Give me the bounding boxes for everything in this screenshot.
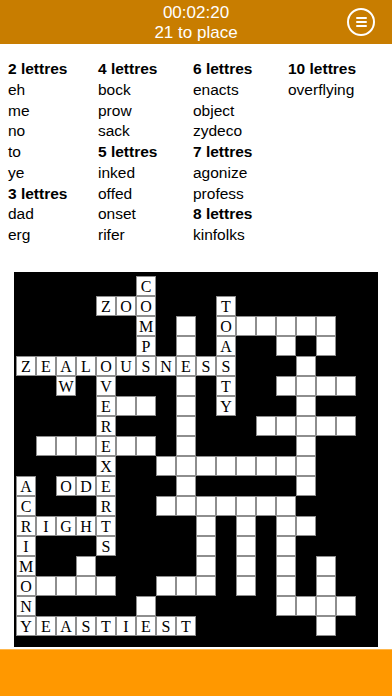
grid-cell-empty[interactable] bbox=[296, 316, 316, 336]
grid-cell-letter[interactable]: N bbox=[16, 596, 36, 616]
grid-cell-letter[interactable]: M bbox=[136, 316, 156, 336]
word-item[interactable]: sack bbox=[98, 121, 188, 142]
grid-cell-letter[interactable]: E bbox=[96, 396, 116, 416]
grid-cell-empty[interactable] bbox=[176, 496, 196, 516]
grid-cell-letter[interactable]: O bbox=[96, 356, 116, 376]
grid-cell-empty[interactable] bbox=[116, 396, 136, 416]
grid-cell-letter[interactable]: R bbox=[96, 416, 116, 436]
grid-cell-empty[interactable] bbox=[296, 376, 316, 396]
grid-cell-empty[interactable] bbox=[36, 576, 56, 596]
grid-cell-letter[interactable]: T bbox=[216, 296, 236, 316]
word-item[interactable]: agonize bbox=[193, 163, 283, 184]
grid-cell-letter[interactable]: A bbox=[56, 356, 76, 376]
grid-cell-empty[interactable] bbox=[296, 396, 316, 416]
grid-cell-letter[interactable]: Y bbox=[216, 396, 236, 416]
grid-cell-empty[interactable] bbox=[156, 496, 176, 516]
grid-cell-letter[interactable]: R bbox=[16, 516, 36, 536]
word-item[interactable]: onset bbox=[98, 204, 188, 225]
grid-cell-empty[interactable] bbox=[236, 516, 256, 536]
word-list: 2 lettresehmenotoye3 lettresdaderg4 lett… bbox=[0, 0, 392, 200]
word-item[interactable]: offed bbox=[98, 184, 188, 205]
grid-cell-empty[interactable] bbox=[296, 476, 316, 496]
grid-cell-letter[interactable]: S bbox=[136, 356, 156, 376]
grid-cell-empty[interactable] bbox=[276, 316, 296, 336]
grid-cell-empty[interactable] bbox=[176, 436, 196, 456]
grid-cell-empty[interactable] bbox=[196, 516, 216, 536]
grid-cell-letter[interactable]: S bbox=[76, 616, 96, 636]
grid-cell-empty[interactable] bbox=[136, 396, 156, 416]
grid-cell-empty[interactable] bbox=[316, 556, 336, 576]
grid-cell-empty[interactable] bbox=[216, 456, 236, 476]
grid-cell-letter[interactable]: S bbox=[196, 356, 216, 376]
grid-cell-letter[interactable]: A bbox=[216, 336, 236, 356]
grid-cell-empty[interactable] bbox=[316, 316, 336, 336]
grid-cell-empty[interactable] bbox=[36, 436, 56, 456]
grid-cell-letter[interactable]: W bbox=[56, 376, 76, 396]
grid-cell-empty[interactable] bbox=[156, 456, 176, 476]
grid-cell-letter[interactable]: E bbox=[96, 476, 116, 496]
grid-cell-empty[interactable] bbox=[336, 596, 356, 616]
word-item[interactable]: dad bbox=[8, 204, 98, 225]
word-list-column: 6 lettresenactsobjectzydeco7 lettresagon… bbox=[193, 59, 283, 246]
grid-cell-empty[interactable] bbox=[196, 536, 216, 556]
word-group-heading: 10 lettres bbox=[288, 59, 378, 80]
grid-cell-letter[interactable]: Y bbox=[16, 616, 36, 636]
grid-cell-empty[interactable] bbox=[256, 316, 276, 336]
grid-cell-letter[interactable]: P bbox=[136, 336, 156, 356]
word-list-column: 4 lettresbockprowsack5 lettresinkedoffed… bbox=[98, 59, 188, 246]
word-group-heading: 7 lettres bbox=[193, 142, 283, 163]
grid-cell-letter[interactable]: S bbox=[156, 616, 176, 636]
grid-cell-letter[interactable]: C bbox=[136, 276, 156, 296]
word-item[interactable]: object bbox=[193, 101, 283, 122]
grid-cell-letter[interactable]: E bbox=[36, 356, 56, 376]
grid-cell-empty[interactable] bbox=[276, 576, 296, 596]
grid-cell-letter[interactable]: O bbox=[116, 296, 136, 316]
word-group-heading: 5 lettres bbox=[98, 142, 188, 163]
grid-cell-empty[interactable] bbox=[276, 456, 296, 476]
grid-cell-empty[interactable] bbox=[316, 336, 336, 356]
word-item[interactable]: inked bbox=[98, 163, 188, 184]
grid-cell-empty[interactable] bbox=[316, 376, 336, 396]
grid-cell-letter[interactable]: I bbox=[116, 616, 136, 636]
grid-cell-letter[interactable]: G bbox=[56, 516, 76, 536]
word-group-heading: 8 lettres bbox=[193, 204, 283, 225]
grid-cell-empty[interactable] bbox=[236, 496, 256, 516]
grid-cell-empty[interactable] bbox=[296, 456, 316, 476]
grid-cell-letter[interactable]: E bbox=[136, 616, 156, 636]
word-item[interactable]: kinfolks bbox=[193, 225, 283, 246]
grid-cell-letter[interactable]: I bbox=[16, 536, 36, 556]
grid-cell-empty[interactable] bbox=[276, 536, 296, 556]
grid-cell-empty[interactable] bbox=[136, 596, 156, 616]
grid-cell-letter[interactable]: T bbox=[96, 616, 116, 636]
word-item[interactable]: no bbox=[8, 121, 98, 142]
grid-cell-empty[interactable] bbox=[176, 416, 196, 436]
grid-cell-empty[interactable] bbox=[276, 336, 296, 356]
grid-cell-empty[interactable] bbox=[236, 576, 256, 596]
grid-cell-empty[interactable] bbox=[276, 496, 296, 516]
grid-cell-empty[interactable] bbox=[296, 356, 316, 376]
grid-cell-empty[interactable] bbox=[176, 376, 196, 396]
grid-cell-letter[interactable]: N bbox=[156, 356, 176, 376]
grid-cell-letter[interactable]: T bbox=[96, 516, 116, 536]
word-item[interactable]: overflying bbox=[288, 80, 378, 101]
grid-cell-letter[interactable]: C bbox=[16, 496, 36, 516]
grid-cell-empty[interactable] bbox=[136, 436, 156, 456]
grid-cell-empty[interactable] bbox=[176, 336, 196, 356]
grid-cell-empty[interactable] bbox=[176, 316, 196, 336]
grid-cell-empty[interactable] bbox=[96, 576, 116, 596]
grid-cell-empty[interactable] bbox=[296, 516, 316, 536]
grid-cell-letter[interactable]: S bbox=[96, 536, 116, 556]
word-group-heading: 2 lettres bbox=[8, 59, 98, 80]
grid-cell-empty[interactable] bbox=[196, 456, 216, 476]
grid-cell-letter[interactable]: R bbox=[96, 496, 116, 516]
grid-cell-empty[interactable] bbox=[176, 396, 196, 416]
grid-cell-letter[interactable]: V bbox=[96, 376, 116, 396]
grid-cell-empty[interactable] bbox=[236, 456, 256, 476]
word-item[interactable]: to bbox=[8, 142, 98, 163]
grid-cell-empty[interactable] bbox=[76, 576, 96, 596]
grid-cell-empty[interactable] bbox=[256, 416, 276, 436]
word-item[interactable]: prow bbox=[98, 101, 188, 122]
grid-cell-empty[interactable] bbox=[256, 496, 276, 516]
grid-cell-empty[interactable] bbox=[76, 556, 96, 576]
grid-cell-empty[interactable] bbox=[276, 596, 296, 616]
grid-cell-letter[interactable]: T bbox=[176, 616, 196, 636]
word-list-column: 2 lettresehmenotoye3 lettresdaderg bbox=[8, 59, 98, 246]
grid-cell-empty[interactable] bbox=[76, 436, 96, 456]
word-item[interactable]: rifer bbox=[98, 225, 188, 246]
grid-cell-letter[interactable]: U bbox=[116, 356, 136, 376]
word-group-heading: 6 lettres bbox=[193, 59, 283, 80]
grid-cell-letter[interactable]: E bbox=[96, 436, 116, 456]
grid-cell-empty[interactable] bbox=[316, 416, 336, 436]
grid-cell-letter[interactable]: Z bbox=[96, 296, 116, 316]
grid-cell-letter[interactable]: O bbox=[136, 296, 156, 316]
grid-cell-empty[interactable] bbox=[196, 556, 216, 576]
word-item[interactable]: eh bbox=[8, 80, 98, 101]
word-item[interactable]: zydeco bbox=[193, 121, 283, 142]
grid-cell-empty[interactable] bbox=[336, 416, 356, 436]
footer-bar bbox=[0, 649, 392, 696]
word-item[interactable]: profess bbox=[193, 184, 283, 205]
grid-cell-letter[interactable]: X bbox=[96, 456, 116, 476]
grid-cell-letter[interactable]: Z bbox=[16, 356, 36, 376]
word-list-column: 10 lettresoverflying bbox=[288, 59, 378, 101]
grid-cell-letter[interactable]: I bbox=[36, 516, 56, 536]
grid-cell-letter[interactable]: H bbox=[76, 516, 96, 536]
grid-cell-empty[interactable] bbox=[176, 476, 196, 496]
grid-cell-empty[interactable] bbox=[236, 316, 256, 336]
word-item[interactable]: enacts bbox=[193, 80, 283, 101]
grid-cell-empty[interactable] bbox=[296, 596, 316, 616]
grid-cell-empty[interactable] bbox=[56, 576, 76, 596]
grid-cell-letter[interactable]: O bbox=[216, 316, 236, 336]
word-group-heading: 4 lettres bbox=[98, 59, 188, 80]
grid-cell-empty[interactable] bbox=[216, 496, 236, 516]
grid-cell-letter[interactable]: E bbox=[36, 616, 56, 636]
grid-cell-empty[interactable] bbox=[316, 576, 336, 596]
grid-cell-letter[interactable]: O bbox=[56, 476, 76, 496]
grid-cell-letter[interactable]: S bbox=[216, 356, 236, 376]
grid-cell-empty[interactable] bbox=[256, 456, 276, 476]
grid-cell-empty[interactable] bbox=[236, 536, 256, 556]
grid-cell-letter[interactable]: A bbox=[16, 476, 36, 496]
grid-cell-empty[interactable] bbox=[56, 436, 76, 456]
grid-cell-empty[interactable] bbox=[276, 516, 296, 536]
grid-cell-empty[interactable] bbox=[156, 576, 176, 596]
grid-cell-letter[interactable]: E bbox=[176, 356, 196, 376]
word-item[interactable]: ye bbox=[8, 163, 98, 184]
grid-cell-empty[interactable] bbox=[276, 416, 296, 436]
grid-cell-empty[interactable] bbox=[316, 616, 336, 636]
grid-cell-letter[interactable]: T bbox=[216, 376, 236, 396]
grid-cell-empty[interactable] bbox=[196, 496, 216, 516]
word-item[interactable]: me bbox=[8, 101, 98, 122]
grid-cell-empty[interactable] bbox=[296, 416, 316, 436]
grid-cell-empty[interactable] bbox=[116, 436, 136, 456]
grid-cell-empty[interactable] bbox=[316, 596, 336, 616]
word-item[interactable]: erg bbox=[8, 225, 98, 246]
grid-cell-empty[interactable] bbox=[276, 556, 296, 576]
grid-cell-empty[interactable] bbox=[276, 376, 296, 396]
word-item[interactable]: bock bbox=[98, 80, 188, 101]
grid-cell-empty[interactable] bbox=[176, 456, 196, 476]
grid-cell-letter[interactable]: M bbox=[16, 556, 36, 576]
grid-cell-letter[interactable]: A bbox=[56, 616, 76, 636]
word-group-heading: 3 lettres bbox=[8, 184, 98, 205]
grid-cell-empty[interactable] bbox=[336, 376, 356, 396]
grid-cell-empty[interactable] bbox=[236, 556, 256, 576]
grid-cell-letter[interactable]: D bbox=[76, 476, 96, 496]
grid-cell-empty[interactable] bbox=[196, 576, 216, 596]
grid-cell-empty[interactable] bbox=[296, 436, 316, 456]
crossword-grid: CZOOTMOPAZEALOUSNESSWVTEYREXAODECRRIGHTI… bbox=[14, 272, 378, 647]
grid-cell-empty[interactable] bbox=[176, 576, 196, 596]
grid-cell-letter[interactable]: O bbox=[16, 576, 36, 596]
grid-cell-letter[interactable]: L bbox=[76, 356, 96, 376]
